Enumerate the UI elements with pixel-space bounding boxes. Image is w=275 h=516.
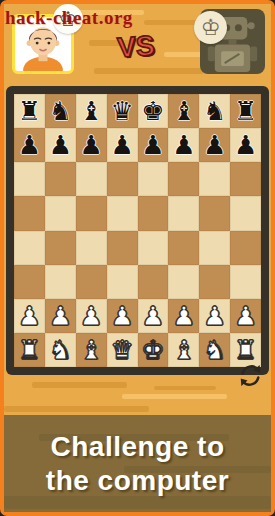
piece-black-rook[interactable]: ♜: [18, 98, 41, 124]
square-d2[interactable]: ♟: [107, 299, 138, 333]
piece-black-pawn[interactable]: ♟: [234, 132, 257, 158]
square-e8[interactable]: ♚: [138, 94, 169, 128]
piece-black-queen[interactable]: ♛: [110, 98, 133, 124]
square-b3[interactable]: [45, 265, 76, 299]
piece-black-knight[interactable]: ♞: [49, 98, 72, 124]
piece-white-rook[interactable]: ♜: [234, 337, 257, 363]
square-c3[interactable]: [76, 265, 107, 299]
square-h3[interactable]: [230, 265, 261, 299]
wood-streak: [154, 386, 216, 390]
square-a3[interactable]: [14, 265, 45, 299]
square-d1[interactable]: ♛: [107, 333, 138, 367]
square-a5[interactable]: [14, 196, 45, 230]
piece-white-pawn[interactable]: ♟: [234, 303, 257, 329]
refresh-button[interactable]: [237, 362, 264, 389]
square-b6[interactable]: [45, 162, 76, 196]
piece-white-bishop[interactable]: ♝: [172, 337, 195, 363]
square-f7[interactable]: ♟: [168, 128, 199, 162]
square-d5[interactable]: [107, 196, 138, 230]
square-h8[interactable]: ♜: [230, 94, 261, 128]
king-icon: ♔: [201, 15, 221, 41]
square-f1[interactable]: ♝: [168, 333, 199, 367]
piece-black-pawn[interactable]: ♟: [172, 132, 195, 158]
square-e1[interactable]: ♚: [138, 333, 169, 367]
square-c1[interactable]: ♝: [76, 333, 107, 367]
square-c6[interactable]: [76, 162, 107, 196]
square-c8[interactable]: ♝: [76, 94, 107, 128]
square-a1[interactable]: ♜: [14, 333, 45, 367]
square-b5[interactable]: [45, 196, 76, 230]
piece-white-rook[interactable]: ♜: [18, 337, 41, 363]
wood-streak: [4, 406, 149, 412]
piece-white-knight[interactable]: ♞: [203, 337, 226, 363]
square-f5[interactable]: [168, 196, 199, 230]
piece-black-pawn[interactable]: ♟: [80, 132, 103, 158]
piece-black-knight[interactable]: ♞: [203, 98, 226, 124]
square-a4[interactable]: [14, 231, 45, 265]
black-king-badge: ♔: [194, 11, 227, 44]
square-b4[interactable]: [45, 231, 76, 265]
caption-line-2: the computer: [46, 464, 229, 498]
square-e2[interactable]: ♟: [138, 299, 169, 333]
piece-white-king[interactable]: ♚: [141, 337, 164, 363]
piece-white-pawn[interactable]: ♟: [18, 303, 41, 329]
square-g1[interactable]: ♞: [199, 333, 230, 367]
piece-white-bishop[interactable]: ♝: [80, 337, 103, 363]
square-c4[interactable]: [76, 231, 107, 265]
square-b7[interactable]: ♟: [45, 128, 76, 162]
square-b2[interactable]: ♟: [45, 299, 76, 333]
piece-white-pawn[interactable]: ♟: [172, 303, 195, 329]
wood-streak: [94, 68, 204, 74]
board-frame: ♜♞♝♛♚♝♞♜♟♟♟♟♟♟♟♟♟♟♟♟♟♟♟♟♜♞♝♛♚♝♞♜: [6, 86, 269, 375]
watermark-text: hack-cheat.org: [5, 7, 133, 29]
square-e5[interactable]: [138, 196, 169, 230]
square-c2[interactable]: ♟: [76, 299, 107, 333]
square-a8[interactable]: ♜: [14, 94, 45, 128]
chess-board: ♜♞♝♛♚♝♞♜♟♟♟♟♟♟♟♟♟♟♟♟♟♟♟♟♜♞♝♛♚♝♞♜: [14, 94, 261, 367]
square-d4[interactable]: [107, 231, 138, 265]
piece-white-pawn[interactable]: ♟: [203, 303, 226, 329]
square-h7[interactable]: ♟: [230, 128, 261, 162]
piece-black-bishop[interactable]: ♝: [80, 98, 103, 124]
game-screen: ♔ VS ♔ ♜♞♝♛♚♝♞♜: [4, 4, 271, 512]
wood-streak: [122, 394, 227, 399]
wood-streak: [32, 382, 127, 388]
piece-black-pawn[interactable]: ♟: [141, 132, 164, 158]
square-b8[interactable]: ♞: [45, 94, 76, 128]
refresh-icon: [237, 362, 264, 389]
square-f4[interactable]: [168, 231, 199, 265]
square-f2[interactable]: ♟: [168, 299, 199, 333]
piece-white-pawn[interactable]: ♟: [49, 303, 72, 329]
piece-black-pawn[interactable]: ♟: [49, 132, 72, 158]
piece-black-rook[interactable]: ♜: [234, 98, 257, 124]
piece-white-pawn[interactable]: ♟: [141, 303, 164, 329]
square-g7[interactable]: ♟: [199, 128, 230, 162]
square-f3[interactable]: [168, 265, 199, 299]
square-g6[interactable]: [199, 162, 230, 196]
piece-white-pawn[interactable]: ♟: [110, 303, 133, 329]
square-c5[interactable]: [76, 196, 107, 230]
square-g2[interactable]: ♟: [199, 299, 230, 333]
square-d3[interactable]: [107, 265, 138, 299]
square-g4[interactable]: [199, 231, 230, 265]
square-d6[interactable]: [107, 162, 138, 196]
piece-black-bishop[interactable]: ♝: [172, 98, 195, 124]
square-g5[interactable]: [199, 196, 230, 230]
caption-line-1: Challenge to: [50, 430, 224, 464]
vs-label: VS: [105, 29, 167, 65]
square-h4[interactable]: [230, 231, 261, 265]
square-h6[interactable]: [230, 162, 261, 196]
square-c7[interactable]: ♟: [76, 128, 107, 162]
piece-black-pawn[interactable]: ♟: [203, 132, 226, 158]
square-d8[interactable]: ♛: [107, 94, 138, 128]
square-e4[interactable]: [138, 231, 169, 265]
square-e7[interactable]: ♟: [138, 128, 169, 162]
piece-white-knight[interactable]: ♞: [49, 337, 72, 363]
square-e6[interactable]: [138, 162, 169, 196]
piece-black-pawn[interactable]: ♟: [110, 132, 133, 158]
piece-white-pawn[interactable]: ♟: [80, 303, 103, 329]
square-a2[interactable]: ♟: [14, 299, 45, 333]
app-frame: ♔ VS ♔ ♜♞♝♛♚♝♞♜: [0, 0, 275, 516]
square-g8[interactable]: ♞: [199, 94, 230, 128]
square-h5[interactable]: [230, 196, 261, 230]
square-f8[interactable]: ♝: [168, 94, 199, 128]
square-d7[interactable]: ♟: [107, 128, 138, 162]
piece-white-queen[interactable]: ♛: [110, 337, 133, 363]
caption-banner: Challenge to the computer: [4, 415, 271, 512]
square-b1[interactable]: ♞: [45, 333, 76, 367]
square-a6[interactable]: [14, 162, 45, 196]
square-f6[interactable]: [168, 162, 199, 196]
square-h2[interactable]: ♟: [230, 299, 261, 333]
piece-black-king[interactable]: ♚: [141, 98, 164, 124]
piece-black-pawn[interactable]: ♟: [18, 132, 41, 158]
square-e3[interactable]: [138, 265, 169, 299]
square-a7[interactable]: ♟: [14, 128, 45, 162]
square-g3[interactable]: [199, 265, 230, 299]
